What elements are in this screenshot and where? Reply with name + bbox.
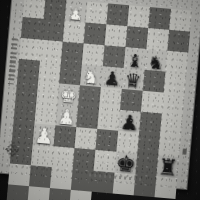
square-f8[interactable]	[148, 7, 171, 30]
square-h5[interactable]	[141, 91, 164, 114]
square-d6[interactable]	[103, 45, 126, 68]
square-d8[interactable]	[106, 3, 129, 26]
square-e8[interactable]	[127, 5, 150, 28]
square-e1[interactable]	[6, 184, 29, 200]
right-margin-mark	[182, 148, 187, 154]
square-h2[interactable]	[71, 169, 94, 192]
square-f7[interactable]	[146, 28, 169, 51]
square-f5[interactable]	[99, 87, 122, 110]
square-a4[interactable]	[162, 93, 185, 116]
square-a6[interactable]	[40, 40, 63, 63]
board-margin-frame: ♟♚♞♟♟♝♞♛♟♟♚♜	[0, 0, 200, 190]
square-c5[interactable]	[15, 80, 38, 103]
square-d7[interactable]	[105, 24, 128, 47]
square-g1[interactable]	[48, 188, 71, 200]
square-g6[interactable]	[38, 61, 61, 84]
board-grid: ♟♚♞♟♟♝♞♛♟♟♚♜	[10, 0, 192, 178]
square-a8[interactable]	[23, 0, 46, 19]
white-pawn[interactable]: ♟	[55, 105, 78, 128]
square-b4[interactable]	[14, 101, 37, 124]
square-g5[interactable]	[120, 89, 143, 112]
square-f1[interactable]	[27, 186, 50, 200]
square-c8[interactable]	[85, 2, 108, 25]
black-pawn[interactable]: ♟	[101, 67, 124, 90]
square-b6[interactable]	[61, 42, 84, 65]
square-b8[interactable]	[44, 0, 67, 21]
chess-board: ♟♚♞♟♟♝♞♛♟♟♚♜	[0, 0, 200, 190]
square-g4[interactable]	[160, 113, 183, 136]
white-pawn[interactable]: ♟	[33, 124, 56, 147]
square-e4[interactable]	[97, 108, 120, 131]
black-queen[interactable]: ♛	[122, 69, 145, 92]
square-f2[interactable]	[29, 165, 52, 188]
square-h7[interactable]	[19, 38, 42, 61]
square-f4[interactable]	[139, 112, 162, 135]
square-b3[interactable]	[74, 127, 97, 150]
square-e7[interactable]	[125, 26, 148, 49]
black-pawn[interactable]: ♟	[118, 111, 141, 134]
black-bishop[interactable]: ♝	[124, 48, 147, 71]
square-d5[interactable]	[36, 82, 59, 105]
square-b5[interactable]	[164, 72, 187, 95]
square-e2[interactable]	[8, 163, 31, 186]
white-pawn[interactable]: ♟	[64, 1, 87, 24]
square-c7[interactable]	[84, 22, 107, 45]
square-h6[interactable]	[59, 63, 82, 86]
square-h1[interactable]	[69, 190, 92, 200]
square-g2[interactable]	[50, 167, 73, 190]
square-g8[interactable]	[169, 9, 192, 32]
square-d4[interactable]	[76, 106, 99, 129]
white-knight[interactable]: ♞	[80, 65, 103, 88]
black-king[interactable]: ♚	[114, 153, 137, 176]
square-e5[interactable]	[78, 85, 101, 108]
square-d2[interactable]	[135, 154, 158, 177]
photo-background: ♟♚♞♟♟♝♞♛♟♟♚♜	[0, 0, 200, 200]
square-b2[interactable]	[73, 148, 96, 171]
square-c3[interactable]	[95, 129, 118, 152]
square-c6[interactable]	[82, 43, 105, 66]
square-e3[interactable]	[137, 133, 160, 156]
square-g7[interactable]	[167, 30, 190, 53]
square-e6[interactable]	[165, 51, 188, 74]
square-a2[interactable]	[52, 146, 75, 169]
square-c2[interactable]	[94, 150, 117, 173]
square-a7[interactable]	[42, 19, 65, 42]
square-h4[interactable]	[12, 122, 35, 145]
square-f6[interactable]	[17, 59, 40, 82]
square-h8[interactable]	[21, 17, 44, 40]
brand-text-marking	[8, 38, 18, 84]
black-rook[interactable]: ♜	[156, 156, 179, 179]
black-knight[interactable]: ♞	[144, 50, 167, 73]
